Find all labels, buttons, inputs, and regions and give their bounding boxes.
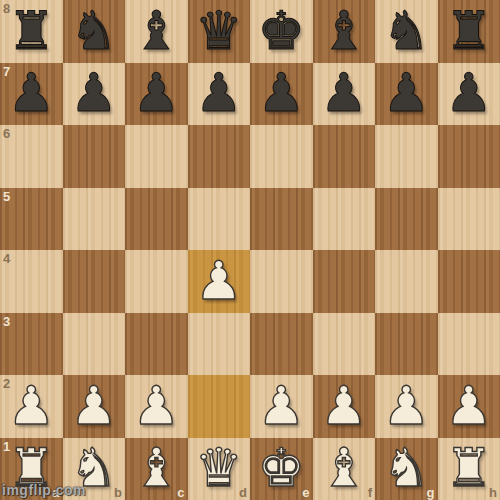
square-h7[interactable]: ♟ bbox=[438, 63, 500, 126]
square-c1[interactable]: c♝ bbox=[125, 438, 188, 500]
rank-label-6: 6 bbox=[3, 127, 10, 140]
square-a8[interactable]: 8♜ bbox=[0, 0, 63, 63]
square-h2[interactable]: ♟ bbox=[438, 375, 500, 438]
square-f3[interactable] bbox=[313, 313, 376, 376]
piece-black-rook[interactable]: ♜ bbox=[7, 4, 55, 57]
piece-white-pawn[interactable]: ♟ bbox=[257, 379, 305, 432]
square-b3[interactable] bbox=[63, 313, 126, 376]
square-h4[interactable] bbox=[438, 250, 500, 313]
piece-black-rook[interactable]: ♜ bbox=[445, 4, 493, 57]
square-b6[interactable] bbox=[63, 125, 126, 188]
square-c6[interactable] bbox=[125, 125, 188, 188]
piece-white-bishop[interactable]: ♝ bbox=[132, 441, 180, 494]
square-a7[interactable]: 7♟ bbox=[0, 63, 63, 126]
square-d3[interactable] bbox=[188, 313, 251, 376]
rank-label-3: 3 bbox=[3, 315, 10, 328]
square-b7[interactable]: ♟ bbox=[63, 63, 126, 126]
piece-white-pawn[interactable]: ♟ bbox=[382, 379, 430, 432]
piece-white-queen[interactable]: ♛ bbox=[195, 441, 243, 494]
piece-black-pawn[interactable]: ♟ bbox=[132, 66, 180, 119]
square-g7[interactable]: ♟ bbox=[375, 63, 438, 126]
piece-black-bishop[interactable]: ♝ bbox=[320, 4, 368, 57]
piece-white-pawn[interactable]: ♟ bbox=[445, 379, 493, 432]
square-h6[interactable] bbox=[438, 125, 500, 188]
square-f2[interactable]: ♟ bbox=[313, 375, 376, 438]
square-c5[interactable] bbox=[125, 188, 188, 251]
square-g8[interactable]: ♞ bbox=[375, 0, 438, 63]
square-b4[interactable] bbox=[63, 250, 126, 313]
piece-white-pawn[interactable]: ♟ bbox=[195, 254, 243, 307]
square-e4[interactable] bbox=[250, 250, 313, 313]
watermark: imgflip.com bbox=[2, 482, 86, 498]
square-g2[interactable]: ♟ bbox=[375, 375, 438, 438]
square-f5[interactable] bbox=[313, 188, 376, 251]
piece-black-pawn[interactable]: ♟ bbox=[7, 66, 55, 119]
piece-black-pawn[interactable]: ♟ bbox=[445, 66, 493, 119]
square-e6[interactable] bbox=[250, 125, 313, 188]
square-c2[interactable]: ♟ bbox=[125, 375, 188, 438]
square-d7[interactable]: ♟ bbox=[188, 63, 251, 126]
piece-black-pawn[interactable]: ♟ bbox=[382, 66, 430, 119]
screenshot: 8♜♞♝♛♚♝♞♜7♟♟♟♟♟♟♟♟654♟32♟♟♟♟♟♟♟1a♜b♞c♝d♛… bbox=[0, 0, 500, 500]
square-d5[interactable] bbox=[188, 188, 251, 251]
piece-black-knight[interactable]: ♞ bbox=[382, 4, 430, 57]
chess-board: 8♜♞♝♛♚♝♞♜7♟♟♟♟♟♟♟♟654♟32♟♟♟♟♟♟♟1a♜b♞c♝d♛… bbox=[0, 0, 500, 500]
square-c7[interactable]: ♟ bbox=[125, 63, 188, 126]
square-e2[interactable]: ♟ bbox=[250, 375, 313, 438]
square-c4[interactable] bbox=[125, 250, 188, 313]
square-f4[interactable] bbox=[313, 250, 376, 313]
square-d6[interactable] bbox=[188, 125, 251, 188]
piece-white-pawn[interactable]: ♟ bbox=[132, 379, 180, 432]
piece-black-queen[interactable]: ♛ bbox=[195, 4, 243, 57]
square-e1[interactable]: e♚ bbox=[250, 438, 313, 500]
square-a4[interactable]: 4 bbox=[0, 250, 63, 313]
piece-white-pawn[interactable]: ♟ bbox=[70, 379, 118, 432]
square-g4[interactable] bbox=[375, 250, 438, 313]
square-e5[interactable] bbox=[250, 188, 313, 251]
square-b8[interactable]: ♞ bbox=[63, 0, 126, 63]
piece-white-pawn[interactable]: ♟ bbox=[7, 379, 55, 432]
square-a3[interactable]: 3 bbox=[0, 313, 63, 376]
piece-white-pawn[interactable]: ♟ bbox=[320, 379, 368, 432]
square-e8[interactable]: ♚ bbox=[250, 0, 313, 63]
square-h1[interactable]: h♜ bbox=[438, 438, 500, 500]
square-a5[interactable]: 5 bbox=[0, 188, 63, 251]
rank-label-4: 4 bbox=[3, 252, 10, 265]
square-a2[interactable]: 2♟ bbox=[0, 375, 63, 438]
square-g5[interactable] bbox=[375, 188, 438, 251]
square-b5[interactable] bbox=[63, 188, 126, 251]
square-h5[interactable] bbox=[438, 188, 500, 251]
piece-black-bishop[interactable]: ♝ bbox=[132, 4, 180, 57]
file-label-f: f bbox=[368, 486, 372, 499]
piece-black-pawn[interactable]: ♟ bbox=[195, 66, 243, 119]
square-g3[interactable] bbox=[375, 313, 438, 376]
square-f8[interactable]: ♝ bbox=[313, 0, 376, 63]
square-d4[interactable]: ♟ bbox=[188, 250, 251, 313]
square-h8[interactable]: ♜ bbox=[438, 0, 500, 63]
piece-white-rook[interactable]: ♜ bbox=[445, 441, 493, 494]
piece-black-knight[interactable]: ♞ bbox=[70, 4, 118, 57]
square-d2[interactable] bbox=[188, 375, 251, 438]
square-a6[interactable]: 6 bbox=[0, 125, 63, 188]
square-f6[interactable] bbox=[313, 125, 376, 188]
square-e7[interactable]: ♟ bbox=[250, 63, 313, 126]
piece-black-pawn[interactable]: ♟ bbox=[257, 66, 305, 119]
piece-black-pawn[interactable]: ♟ bbox=[70, 66, 118, 119]
square-f1[interactable]: f♝ bbox=[313, 438, 376, 500]
square-g1[interactable]: g♞ bbox=[375, 438, 438, 500]
square-f7[interactable]: ♟ bbox=[313, 63, 376, 126]
square-e3[interactable] bbox=[250, 313, 313, 376]
piece-white-bishop[interactable]: ♝ bbox=[320, 441, 368, 494]
square-b2[interactable]: ♟ bbox=[63, 375, 126, 438]
piece-black-pawn[interactable]: ♟ bbox=[320, 66, 368, 119]
square-h3[interactable] bbox=[438, 313, 500, 376]
piece-white-knight[interactable]: ♞ bbox=[382, 441, 430, 494]
square-d1[interactable]: d♛ bbox=[188, 438, 251, 500]
rank-label-5: 5 bbox=[3, 190, 10, 203]
square-g6[interactable] bbox=[375, 125, 438, 188]
piece-white-king[interactable]: ♚ bbox=[257, 441, 305, 494]
square-d8[interactable]: ♛ bbox=[188, 0, 251, 63]
piece-black-king[interactable]: ♚ bbox=[257, 4, 305, 57]
square-c3[interactable] bbox=[125, 313, 188, 376]
square-c8[interactable]: ♝ bbox=[125, 0, 188, 63]
